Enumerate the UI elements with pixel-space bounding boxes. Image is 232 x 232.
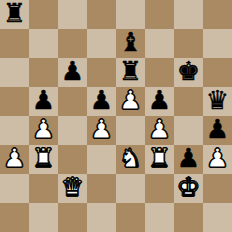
square-f5[interactable]: ♟: [145, 87, 174, 116]
square-f7[interactable]: [145, 29, 174, 58]
square-c7[interactable]: [58, 29, 87, 58]
white-pawn-icon: ♟: [148, 116, 171, 144]
square-d6[interactable]: [87, 58, 116, 87]
black-king-icon: ♚: [177, 58, 200, 86]
chess-board: ♜♝♟♜♚♟♟♟♟♛♟♟♟♟♟♜♞♜♟♟♛♚: [0, 0, 232, 232]
square-b8[interactable]: [29, 0, 58, 29]
square-g6[interactable]: ♚: [174, 58, 203, 87]
white-pawn-icon: ♟: [90, 116, 113, 144]
square-a1[interactable]: [0, 203, 29, 232]
white-knight-icon: ♞: [119, 145, 142, 173]
square-d7[interactable]: [87, 29, 116, 58]
square-a4[interactable]: [0, 116, 29, 145]
square-c8[interactable]: [58, 0, 87, 29]
square-b2[interactable]: [29, 174, 58, 203]
square-e4[interactable]: [116, 116, 145, 145]
square-f6[interactable]: [145, 58, 174, 87]
square-b6[interactable]: [29, 58, 58, 87]
square-d5[interactable]: ♟: [87, 87, 116, 116]
square-g1[interactable]: [174, 203, 203, 232]
square-a3[interactable]: ♟: [0, 145, 29, 174]
white-pawn-icon: ♟: [32, 116, 55, 144]
white-rook-icon: ♜: [32, 145, 55, 173]
white-queen-icon: ♛: [61, 174, 84, 202]
square-d2[interactable]: [87, 174, 116, 203]
square-g7[interactable]: [174, 29, 203, 58]
square-c5[interactable]: [58, 87, 87, 116]
square-f1[interactable]: [145, 203, 174, 232]
square-d3[interactable]: [87, 145, 116, 174]
square-c4[interactable]: [58, 116, 87, 145]
square-a2[interactable]: [0, 174, 29, 203]
black-bishop-icon: ♝: [119, 29, 142, 57]
white-pawn-icon: ♟: [206, 145, 229, 173]
square-g5[interactable]: [174, 87, 203, 116]
square-c2[interactable]: ♛: [58, 174, 87, 203]
square-h1[interactable]: [203, 203, 232, 232]
black-rook-icon: ♜: [3, 0, 26, 28]
black-pawn-icon: ♟: [32, 87, 55, 115]
square-f4[interactable]: ♟: [145, 116, 174, 145]
black-rook-icon: ♜: [119, 58, 142, 86]
square-b4[interactable]: ♟: [29, 116, 58, 145]
square-g4[interactable]: [174, 116, 203, 145]
square-h3[interactable]: ♟: [203, 145, 232, 174]
square-d4[interactable]: ♟: [87, 116, 116, 145]
square-g8[interactable]: [174, 0, 203, 29]
square-h4[interactable]: ♟: [203, 116, 232, 145]
square-b1[interactable]: [29, 203, 58, 232]
square-c6[interactable]: ♟: [58, 58, 87, 87]
square-g2[interactable]: ♚: [174, 174, 203, 203]
black-pawn-icon: ♟: [206, 116, 229, 144]
square-h5[interactable]: ♛: [203, 87, 232, 116]
black-pawn-icon: ♟: [61, 58, 84, 86]
square-h8[interactable]: [203, 0, 232, 29]
square-f3[interactable]: ♜: [145, 145, 174, 174]
square-b3[interactable]: ♜: [29, 145, 58, 174]
black-pawn-icon: ♟: [90, 87, 113, 115]
square-f8[interactable]: [145, 0, 174, 29]
square-e8[interactable]: [116, 0, 145, 29]
square-h7[interactable]: [203, 29, 232, 58]
square-d8[interactable]: [87, 0, 116, 29]
square-g3[interactable]: ♟: [174, 145, 203, 174]
square-d1[interactable]: [87, 203, 116, 232]
square-a5[interactable]: [0, 87, 29, 116]
black-queen-icon: ♛: [206, 87, 229, 115]
square-a7[interactable]: [0, 29, 29, 58]
square-a6[interactable]: [0, 58, 29, 87]
square-h2[interactable]: [203, 174, 232, 203]
square-c1[interactable]: [58, 203, 87, 232]
square-e3[interactable]: ♞: [116, 145, 145, 174]
white-pawn-icon: ♟: [3, 145, 26, 173]
square-e6[interactable]: ♜: [116, 58, 145, 87]
white-rook-icon: ♜: [148, 145, 171, 173]
square-a8[interactable]: ♜: [0, 0, 29, 29]
white-king-icon: ♚: [177, 174, 200, 202]
black-pawn-icon: ♟: [177, 145, 200, 173]
square-e5[interactable]: ♟: [116, 87, 145, 116]
square-e1[interactable]: [116, 203, 145, 232]
square-b5[interactable]: ♟: [29, 87, 58, 116]
white-pawn-icon: ♟: [119, 87, 142, 115]
square-h6[interactable]: [203, 58, 232, 87]
square-c3[interactable]: [58, 145, 87, 174]
black-pawn-icon: ♟: [148, 87, 171, 115]
square-e2[interactable]: [116, 174, 145, 203]
square-b7[interactable]: [29, 29, 58, 58]
square-f2[interactable]: [145, 174, 174, 203]
square-e7[interactable]: ♝: [116, 29, 145, 58]
